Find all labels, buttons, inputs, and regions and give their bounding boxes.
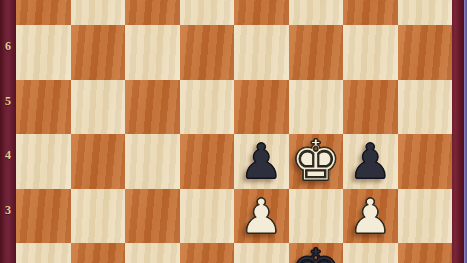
square-b2[interactable]: [71, 243, 126, 263]
piece-white-pawn[interactable]: ♟: [349, 192, 392, 240]
square-f3[interactable]: [289, 189, 344, 244]
piece-white-pawn[interactable]: ♟: [240, 192, 283, 240]
square-c2[interactable]: [125, 243, 180, 263]
square-g4[interactable]: ♟: [343, 134, 398, 189]
piece-black-pawn[interactable]: ♟: [240, 137, 283, 185]
board-frame-left: 6543: [0, 0, 16, 263]
square-a6[interactable]: [16, 25, 71, 80]
square-e2[interactable]: [234, 243, 289, 263]
square-a7[interactable]: [16, 0, 71, 25]
square-c3[interactable]: [125, 189, 180, 244]
square-h4[interactable]: [398, 134, 453, 189]
square-g6[interactable]: [343, 25, 398, 80]
piece-black-pawn[interactable]: ♟: [349, 137, 392, 185]
square-h3[interactable]: [398, 189, 453, 244]
square-c5[interactable]: [125, 80, 180, 135]
square-f5[interactable]: [289, 80, 344, 135]
square-e7[interactable]: [234, 0, 289, 25]
chess-app-stage: ♟♚♟♟♟♚ 6543: [0, 0, 467, 263]
square-g7[interactable]: [343, 0, 398, 25]
rank-label-5: 5: [0, 95, 16, 107]
rank-label-6: 6: [0, 40, 16, 52]
square-f2[interactable]: ♚: [289, 243, 344, 263]
square-a3[interactable]: [16, 189, 71, 244]
square-a4[interactable]: [16, 134, 71, 189]
square-f6[interactable]: [289, 25, 344, 80]
rank-label-3: 3: [0, 204, 16, 216]
square-d3[interactable]: [180, 189, 235, 244]
square-b6[interactable]: [71, 25, 126, 80]
square-d7[interactable]: [180, 0, 235, 25]
square-g3[interactable]: ♟: [343, 189, 398, 244]
piece-black-king[interactable]: ♚: [291, 242, 341, 263]
chess-board: ♟♚♟♟♟♚: [16, 0, 452, 263]
square-b4[interactable]: [71, 134, 126, 189]
square-a2[interactable]: [16, 243, 71, 263]
square-g5[interactable]: [343, 80, 398, 135]
square-d2[interactable]: [180, 243, 235, 263]
square-c7[interactable]: [125, 0, 180, 25]
square-e4[interactable]: ♟: [234, 134, 289, 189]
square-d6[interactable]: [180, 25, 235, 80]
square-h2[interactable]: [398, 243, 453, 263]
rank-label-4: 4: [0, 149, 16, 161]
square-f7[interactable]: [289, 0, 344, 25]
piece-white-king[interactable]: ♚: [291, 133, 341, 189]
square-g2[interactable]: [343, 243, 398, 263]
square-c6[interactable]: [125, 25, 180, 80]
square-e3[interactable]: ♟: [234, 189, 289, 244]
board-frame-right: [452, 0, 464, 263]
square-h5[interactable]: [398, 80, 453, 135]
square-h7[interactable]: [398, 0, 453, 25]
square-a5[interactable]: [16, 80, 71, 135]
square-b3[interactable]: [71, 189, 126, 244]
square-d5[interactable]: [180, 80, 235, 135]
square-b7[interactable]: [71, 0, 126, 25]
square-f4[interactable]: ♚: [289, 134, 344, 189]
square-e6[interactable]: [234, 25, 289, 80]
square-c4[interactable]: [125, 134, 180, 189]
square-d4[interactable]: [180, 134, 235, 189]
square-h6[interactable]: [398, 25, 453, 80]
square-b5[interactable]: [71, 80, 126, 135]
square-e5[interactable]: [234, 80, 289, 135]
chess-board-viewport: ♟♚♟♟♟♚: [16, 0, 452, 263]
